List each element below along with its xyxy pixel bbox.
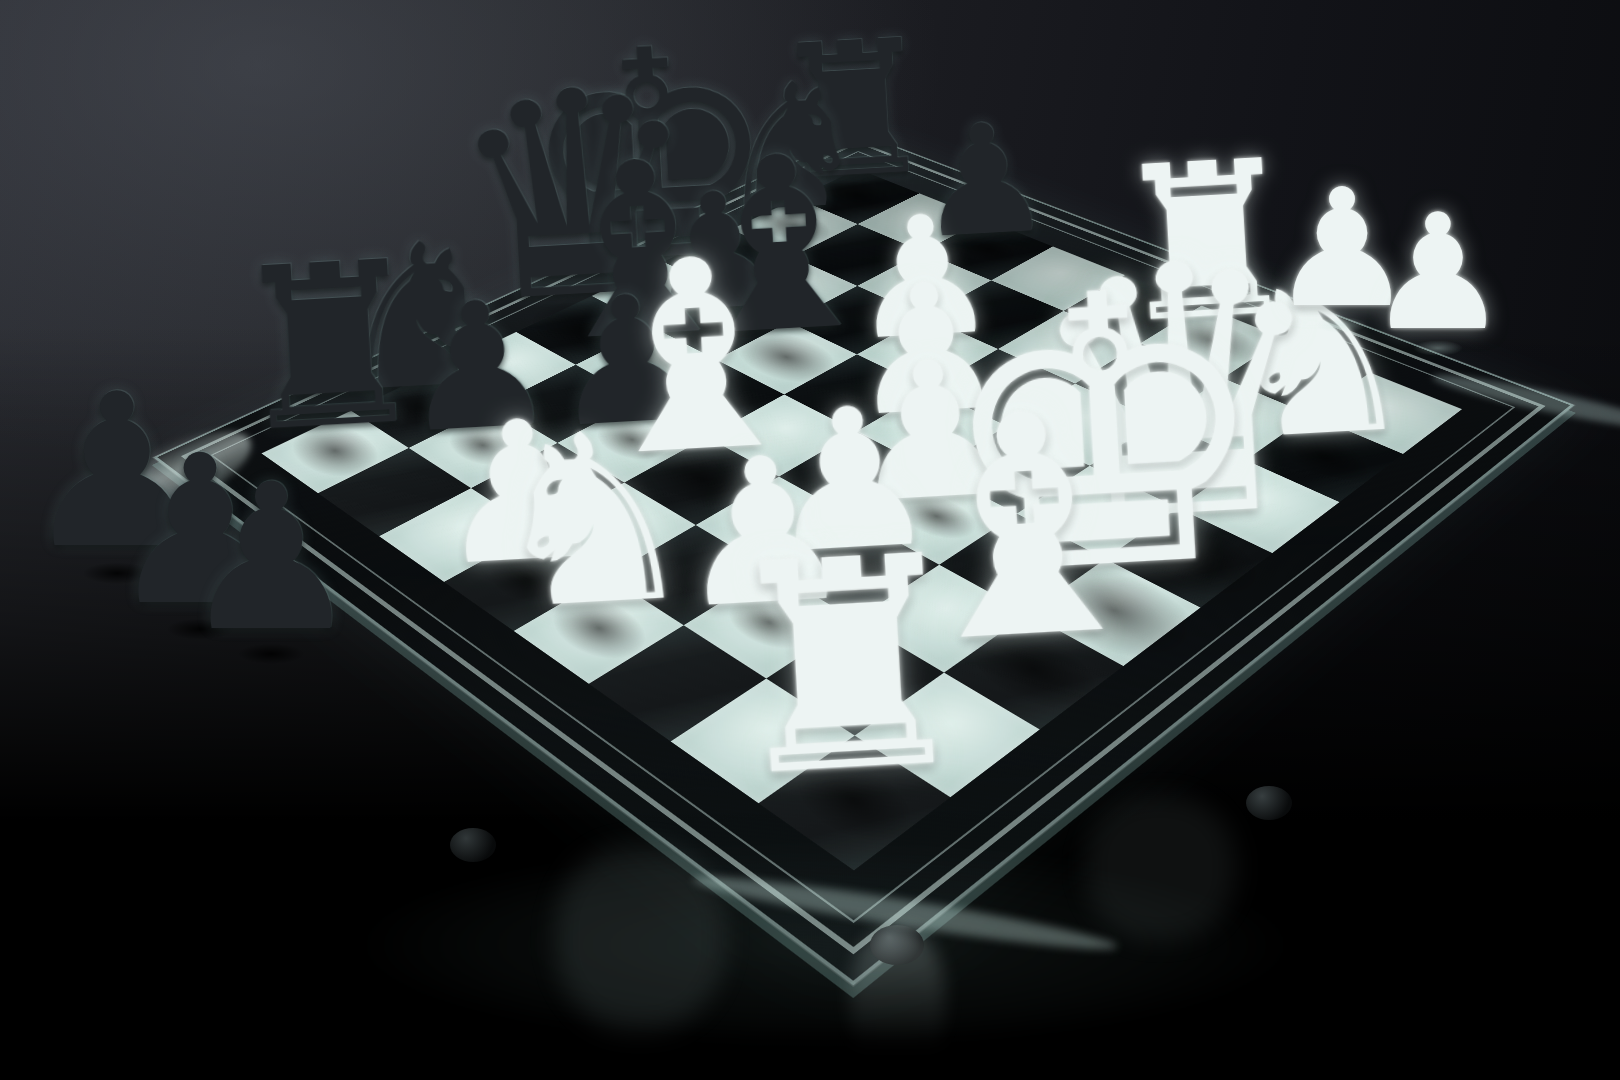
scene: ♜♞♟♚♛♟♝♝♟♜♞♜♟♟♟♝♞♟♟♟♛♞♟♚♝♜ ♟♟♟♟♟♟♟♟♟♟ [0,0,1620,1080]
board-glass-foot-left [450,828,496,862]
board-glass-foot-near [870,925,924,965]
board-glass-foot-right [1246,786,1292,820]
perspective-scene: ♜♞♟♚♛♟♝♝♟♜♞♜♟♟♟♝♞♟♟♟♛♞♟♚♝♜ [0,0,1620,1080]
scene-tilt-wrapper: ♜♞♟♚♛♟♝♝♟♜♞♜♟♟♟♝♞♟♟♟♛♞♟♚♝♜ [0,0,1620,1080]
white-rook-icon: ♜ [710,516,985,819]
board-pieces-layer: ♜♞♟♚♛♟♝♝♟♜♞♜♟♟♟♝♞♟♟♟♛♞♟♚♝♜ [157,133,1570,980]
chess-board: ♜♞♟♚♛♟♝♝♟♜♞♜♟♟♟♝♞♟♟♟♛♞♟♚♝♜ [153,132,1574,985]
